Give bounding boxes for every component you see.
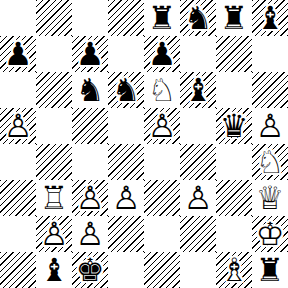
square-a7[interactable]: ♟♟: [0, 36, 36, 72]
square-a6[interactable]: [0, 72, 36, 108]
square-g3[interactable]: [216, 180, 252, 216]
square-e8[interactable]: ♜♜: [144, 0, 180, 36]
black-pawn[interactable]: ♟: [144, 36, 180, 72]
white-rook[interactable]: ♖: [36, 180, 72, 216]
square-f4[interactable]: [180, 144, 216, 180]
black-bishop[interactable]: ♝: [36, 252, 72, 288]
square-g6[interactable]: [216, 72, 252, 108]
square-h6[interactable]: [252, 72, 288, 108]
square-g4[interactable]: [216, 144, 252, 180]
square-c3[interactable]: ♟♙: [72, 180, 108, 216]
chess-board: ♜♜♞♞♜♜♝♝♟♟♟♟♟♟♞♞♞♞♞♘♝♝♟♙♟♙♛♛♟♙♞♘♜♖♟♙♟♙♟♙…: [0, 0, 288, 288]
black-rook[interactable]: ♜: [216, 0, 252, 36]
square-f3[interactable]: ♟♙: [180, 180, 216, 216]
square-g7[interactable]: [216, 36, 252, 72]
black-bishop[interactable]: ♝: [180, 72, 216, 108]
square-b7[interactable]: [36, 36, 72, 72]
black-knight[interactable]: ♞: [180, 0, 216, 36]
square-d4[interactable]: [108, 144, 144, 180]
square-e4[interactable]: [144, 144, 180, 180]
square-e1[interactable]: [144, 252, 180, 288]
square-a4[interactable]: [0, 144, 36, 180]
square-h3[interactable]: ♛♕: [252, 180, 288, 216]
square-c1[interactable]: ♚♚: [72, 252, 108, 288]
white-knight[interactable]: ♘: [144, 72, 180, 108]
square-h8[interactable]: ♝♝: [252, 0, 288, 36]
black-rook[interactable]: ♜: [252, 252, 288, 288]
square-h2[interactable]: ♚♔: [252, 216, 288, 252]
square-g8[interactable]: ♜♜: [216, 0, 252, 36]
square-g1[interactable]: ♝♗: [216, 252, 252, 288]
square-f7[interactable]: [180, 36, 216, 72]
black-rook[interactable]: ♜: [144, 0, 180, 36]
square-f6[interactable]: ♝♝: [180, 72, 216, 108]
white-pawn[interactable]: ♙: [72, 180, 108, 216]
square-c5[interactable]: [72, 108, 108, 144]
white-pawn[interactable]: ♙: [144, 108, 180, 144]
square-b5[interactable]: [36, 108, 72, 144]
square-d2[interactable]: [108, 216, 144, 252]
white-bishop[interactable]: ♗: [216, 252, 252, 288]
square-h4[interactable]: ♞♘: [252, 144, 288, 180]
square-d7[interactable]: [108, 36, 144, 72]
square-a1[interactable]: [0, 252, 36, 288]
square-b8[interactable]: [36, 0, 72, 36]
square-f1[interactable]: [180, 252, 216, 288]
black-knight[interactable]: ♞: [108, 72, 144, 108]
square-c7[interactable]: ♟♟: [72, 36, 108, 72]
square-g2[interactable]: [216, 216, 252, 252]
black-pawn[interactable]: ♟: [72, 36, 108, 72]
white-pawn[interactable]: ♙: [72, 216, 108, 252]
white-pawn[interactable]: ♙: [0, 108, 36, 144]
square-d8[interactable]: [108, 0, 144, 36]
square-c2[interactable]: ♟♙: [72, 216, 108, 252]
white-pawn[interactable]: ♙: [108, 180, 144, 216]
square-b1[interactable]: ♝♝: [36, 252, 72, 288]
black-king[interactable]: ♚: [72, 252, 108, 288]
square-d3[interactable]: ♟♙: [108, 180, 144, 216]
square-c8[interactable]: [72, 0, 108, 36]
square-f8[interactable]: ♞♞: [180, 0, 216, 36]
square-d1[interactable]: [108, 252, 144, 288]
square-b2[interactable]: ♟♙: [36, 216, 72, 252]
white-queen[interactable]: ♕: [252, 180, 288, 216]
square-a2[interactable]: [0, 216, 36, 252]
square-e5[interactable]: ♟♙: [144, 108, 180, 144]
white-pawn[interactable]: ♙: [180, 180, 216, 216]
square-a8[interactable]: [0, 0, 36, 36]
square-c6[interactable]: ♞♞: [72, 72, 108, 108]
square-c4[interactable]: [72, 144, 108, 180]
black-knight[interactable]: ♞: [72, 72, 108, 108]
square-h5[interactable]: ♟♙: [252, 108, 288, 144]
square-e7[interactable]: ♟♟: [144, 36, 180, 72]
square-b4[interactable]: [36, 144, 72, 180]
black-bishop[interactable]: ♝: [252, 0, 288, 36]
square-e3[interactable]: [144, 180, 180, 216]
black-pawn[interactable]: ♟: [0, 36, 36, 72]
square-d6[interactable]: ♞♞: [108, 72, 144, 108]
square-g5[interactable]: ♛♛: [216, 108, 252, 144]
square-a3[interactable]: [0, 180, 36, 216]
square-b3[interactable]: ♜♖: [36, 180, 72, 216]
square-e2[interactable]: [144, 216, 180, 252]
white-king[interactable]: ♔: [252, 216, 288, 252]
square-b6[interactable]: [36, 72, 72, 108]
square-f2[interactable]: [180, 216, 216, 252]
square-h1[interactable]: ♜♜: [252, 252, 288, 288]
square-e6[interactable]: ♞♘: [144, 72, 180, 108]
square-h7[interactable]: [252, 36, 288, 72]
square-a5[interactable]: ♟♙: [0, 108, 36, 144]
white-pawn[interactable]: ♙: [36, 216, 72, 252]
white-knight[interactable]: ♘: [252, 144, 288, 180]
square-d5[interactable]: [108, 108, 144, 144]
white-pawn[interactable]: ♙: [252, 108, 288, 144]
square-f5[interactable]: [180, 108, 216, 144]
black-queen[interactable]: ♛: [216, 108, 252, 144]
